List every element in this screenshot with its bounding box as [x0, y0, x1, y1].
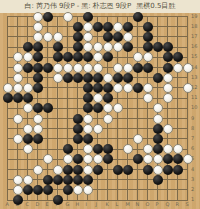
go-game-viewer: 白: 芮乃伟 9段P - 黑: 朴志恩 9段P 黑棋0.5目胜 19181716…: [0, 0, 200, 209]
black-stone: [83, 134, 93, 144]
black-stone: [33, 42, 43, 52]
column-coordinate-label: L: [116, 202, 119, 207]
white-stone: [83, 42, 93, 52]
white-stone: [23, 175, 33, 185]
row-coordinate-label: 17: [191, 34, 197, 39]
white-stone: [13, 134, 23, 144]
black-stone: [143, 63, 153, 73]
black-stone: [173, 165, 183, 175]
column-coordinate-label: R: [176, 202, 179, 207]
row-coordinate-label: 3: [191, 177, 194, 182]
black-stone: [153, 134, 163, 144]
black-stone: [23, 42, 33, 52]
white-stone: [93, 52, 103, 62]
game-info-bar: 白: 芮乃伟 9段P - 黑: 朴志恩 9段P 黑棋0.5目胜: [0, 0, 200, 14]
white-stone: [53, 63, 63, 73]
black-stone: [83, 175, 93, 185]
black-stone: [33, 103, 43, 113]
black-stone: [33, 134, 43, 144]
white-stone: [73, 63, 83, 73]
row-coordinate-label: 16: [191, 44, 197, 49]
white-stone: [13, 185, 23, 195]
white-stone: [33, 165, 43, 175]
white-stone: [53, 32, 63, 42]
white-stone: [143, 52, 153, 62]
white-stone: [83, 22, 93, 32]
white-stone: [143, 144, 153, 154]
black-stone: [123, 42, 133, 52]
black-player-rank: 9段P: [116, 0, 132, 13]
black-stone: [63, 144, 73, 154]
white-stone: [163, 93, 173, 103]
white-stone: [93, 124, 103, 134]
black-stone: [83, 93, 93, 103]
row-coordinate-label: 4: [191, 167, 194, 172]
black-stone: [163, 63, 173, 73]
black-stone: [73, 114, 83, 124]
white-stone: [113, 83, 123, 93]
white-stone: [33, 124, 43, 134]
black-stone: [83, 12, 93, 22]
black-stone: [53, 175, 63, 185]
black-stone: [163, 42, 173, 52]
column-coordinate-label: O: [146, 202, 150, 207]
white-stone: [33, 32, 43, 42]
white-stone: [113, 63, 123, 73]
black-stone: [113, 73, 123, 83]
white-stone: [73, 185, 83, 195]
white-stone: [93, 154, 103, 164]
white-stone: [113, 42, 123, 52]
white-stone: [83, 124, 93, 134]
white-stone: [83, 144, 93, 154]
column-coordinate-label: Q: [166, 202, 170, 207]
column-coordinate-label: K: [106, 202, 109, 207]
black-stone: [153, 73, 163, 83]
black-stone: [73, 165, 83, 175]
black-stone: [73, 32, 83, 42]
white-stone: [163, 144, 173, 154]
black-stone: [113, 165, 123, 175]
black-stone: [93, 73, 103, 83]
column-coordinate-label: M: [126, 202, 130, 207]
black-stone: [163, 165, 173, 175]
black-stone: [63, 185, 73, 195]
black-stone: [43, 185, 53, 195]
black-stone: [63, 52, 73, 62]
black-stone: [143, 22, 153, 32]
black-stone: [113, 32, 123, 42]
black-stone: [93, 83, 103, 93]
black-stone: [143, 165, 153, 175]
white-stone: [83, 154, 93, 164]
white-stone: [103, 42, 113, 52]
column-coordinate-label: H: [76, 202, 80, 207]
white-stone: [103, 114, 113, 124]
white-player-label: 白:: [25, 0, 34, 13]
black-stone: [63, 73, 73, 83]
white-stone: [133, 52, 143, 62]
white-stone: [83, 165, 93, 175]
black-stone: [33, 63, 43, 73]
white-stone: [63, 12, 73, 22]
black-stone: [43, 103, 53, 113]
row-coordinate-label: 9: [191, 116, 194, 121]
black-stone: [83, 103, 93, 113]
black-stone: [153, 144, 163, 154]
white-stone: [23, 124, 33, 134]
white-stone: [123, 83, 133, 93]
white-stone: [153, 103, 163, 113]
white-stone: [103, 103, 113, 113]
black-stone: [73, 154, 83, 164]
white-stone: [43, 154, 53, 164]
row-coordinate-label: 19: [191, 14, 197, 19]
white-stone: [63, 63, 73, 73]
white-stone: [23, 103, 33, 113]
black-stone: [73, 124, 83, 134]
white-stone: [133, 134, 143, 144]
row-coordinate-label: 11: [191, 95, 197, 100]
grid-line-vertical: [187, 16, 188, 201]
row-coordinate-label: 13: [191, 75, 197, 80]
black-stone: [73, 134, 83, 144]
black-stone: [83, 73, 93, 83]
column-coordinate-label: J: [96, 202, 97, 207]
black-stone: [133, 83, 143, 93]
black-stone: [73, 22, 83, 32]
black-stone: [163, 52, 173, 62]
black-stone: [43, 12, 53, 22]
black-stone: [103, 52, 113, 62]
black-stone: [93, 22, 103, 32]
black-stone: [93, 165, 103, 175]
row-coordinate-label: 10: [191, 105, 197, 110]
black-stone: [23, 93, 33, 103]
go-board[interactable]: 19181716151413121110987654321ABCDEFGHIJK…: [0, 13, 200, 209]
white-stone: [33, 114, 43, 124]
grid-line-horizontal: [7, 200, 188, 201]
black-stone: [133, 154, 143, 164]
black-stone: [33, 73, 43, 83]
black-stone: [143, 42, 153, 52]
black-stone: [103, 154, 113, 164]
white-stone: [93, 93, 103, 103]
column-coordinate-label: D: [36, 202, 40, 207]
black-stone: [13, 93, 23, 103]
black-stone: [103, 144, 113, 154]
black-stone: [153, 42, 163, 52]
white-stone: [43, 32, 53, 42]
column-coordinate-label: E: [46, 202, 49, 207]
white-stone: [23, 83, 33, 93]
column-coordinate-label: A: [6, 202, 9, 207]
row-coordinate-label: 1: [191, 197, 194, 202]
column-coordinate-label: I: [86, 202, 87, 207]
white-stone: [123, 32, 133, 42]
white-stone: [33, 12, 43, 22]
row-coordinate-label: 2: [191, 187, 194, 192]
black-stone: [93, 103, 103, 113]
game-result: 黑棋0.5目胜: [136, 0, 175, 13]
white-stone: [103, 73, 113, 83]
black-stone: [103, 93, 113, 103]
black-stone: [123, 165, 133, 175]
black-stone: [53, 52, 63, 62]
white-stone: [13, 52, 23, 62]
white-stone: [113, 103, 123, 113]
black-stone: [103, 22, 113, 32]
white-stone: [143, 93, 153, 103]
black-stone: [153, 124, 163, 134]
row-coordinate-label: 18: [191, 24, 197, 29]
black-stone: [93, 144, 103, 154]
white-stone: [93, 63, 103, 73]
white-stone: [153, 165, 163, 175]
black-stone: [33, 52, 43, 62]
black-stone: [73, 42, 83, 52]
white-stone: [3, 83, 13, 93]
black-stone: [23, 63, 33, 73]
row-coordinate-label: 6: [191, 146, 194, 151]
white-stone: [153, 154, 163, 164]
black-stone: [123, 22, 133, 32]
white-stone: [13, 63, 23, 73]
white-stone: [183, 83, 193, 93]
white-stone: [123, 63, 133, 73]
white-stone: [183, 154, 193, 164]
row-coordinate-label: 7: [191, 136, 194, 141]
white-stone: [53, 165, 63, 175]
white-stone: [83, 32, 93, 42]
row-coordinate-label: 15: [191, 54, 197, 59]
white-stone: [93, 42, 103, 52]
white-stone: [163, 83, 173, 93]
column-coordinate-label: G: [66, 202, 70, 207]
row-coordinate-label: 8: [191, 126, 194, 131]
black-stone: [53, 195, 63, 205]
black-stone: [153, 175, 163, 185]
column-coordinate-label: S: [186, 202, 189, 207]
black-stone: [73, 52, 83, 62]
black-stone: [103, 83, 113, 93]
white-stone: [83, 185, 93, 195]
black-stone: [43, 63, 53, 73]
white-stone: [13, 175, 23, 185]
white-stone: [113, 22, 123, 32]
white-stone: [143, 83, 153, 93]
white-stone: [23, 144, 33, 154]
white-stone: [13, 83, 23, 93]
black-stone: [23, 185, 33, 195]
black-stone: [13, 195, 23, 205]
white-stone: [83, 114, 93, 124]
white-stone: [13, 73, 23, 83]
players-separator: -: [77, 0, 80, 13]
white-stone: [163, 73, 173, 83]
white-stone: [183, 63, 193, 73]
black-stone: [83, 83, 93, 93]
white-stone: [13, 114, 23, 124]
black-stone: [33, 83, 43, 93]
black-stone: [53, 42, 63, 52]
black-stone: [73, 73, 83, 83]
black-stone: [173, 52, 183, 62]
grid-line-vertical: [137, 16, 138, 201]
column-coordinate-label: P: [156, 202, 159, 207]
black-stone: [43, 175, 53, 185]
black-stone: [83, 52, 93, 62]
white-stone: [173, 63, 183, 73]
white-stone: [173, 144, 183, 154]
black-stone: [133, 63, 143, 73]
black-player-name: 朴志恩: [93, 0, 114, 13]
black-stone: [63, 175, 73, 185]
black-stone: [163, 154, 173, 164]
white-stone: [123, 144, 133, 154]
black-stone: [73, 175, 83, 185]
white-stone: [33, 22, 43, 32]
white-stone: [53, 73, 63, 83]
black-stone: [173, 154, 183, 164]
black-stone: [33, 185, 43, 195]
black-stone: [133, 12, 143, 22]
white-stone: [83, 63, 93, 73]
black-stone: [123, 73, 133, 83]
column-coordinate-label: N: [136, 202, 140, 207]
column-coordinate-label: C: [26, 202, 30, 207]
black-stone: [143, 32, 153, 42]
black-stone: [63, 165, 73, 175]
white-stone: [63, 154, 73, 164]
black-stone: [3, 93, 13, 103]
white-stone: [23, 52, 33, 62]
white-stone: [163, 124, 173, 134]
black-stone: [23, 134, 33, 144]
white-stone: [143, 154, 153, 164]
white-stone: [153, 114, 163, 124]
black-stone: [103, 32, 113, 42]
